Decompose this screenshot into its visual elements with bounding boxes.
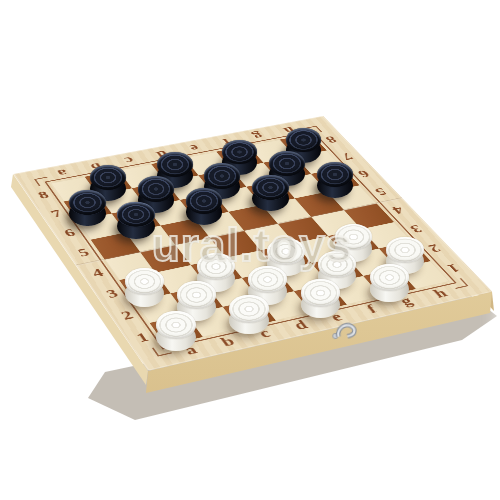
product-photo-scene: abcdefgh abcdefgh 87654321 87654321 ural… <box>0 0 500 500</box>
latch-icon <box>329 318 362 347</box>
